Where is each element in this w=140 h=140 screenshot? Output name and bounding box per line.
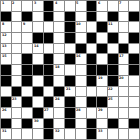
white-cell-r9c5[interactable] [44,87,54,97]
black-cell-r1c9 [87,1,97,11]
clue-number: 29 [98,108,103,111]
black-cell-r8c5 [44,76,54,86]
white-cell-r1c12[interactable]: 7 [119,1,129,11]
clue-number: 26 [2,108,7,111]
white-cell-r2c8[interactable] [76,12,86,22]
black-cell-r2c3 [22,12,32,22]
white-cell-r12c2[interactable] [12,119,22,129]
white-cell-r11c6[interactable] [54,108,64,118]
white-cell-r6c2[interactable] [12,54,22,64]
white-cell-r2c4[interactable] [33,12,43,22]
white-cell-r5c2[interactable] [12,44,22,54]
white-cell-r3c12[interactable] [119,22,129,32]
white-cell-r7c2[interactable] [12,65,22,75]
white-cell-r12c8[interactable] [76,119,86,129]
white-cell-r4c1[interactable]: 12 [1,33,11,43]
clue-number: 19 [98,76,103,79]
clue-number: 28 [76,108,81,111]
black-cell-r7c5 [44,65,54,75]
white-cell-r13c11[interactable] [108,129,118,139]
clue-number: 15 [2,54,7,57]
white-cell-r5c7[interactable] [65,44,75,54]
white-cell-r6c4[interactable] [33,54,43,64]
white-cell-r12c6[interactable] [54,119,64,129]
black-cell-r5c12 [119,44,129,54]
white-cell-r9c13[interactable] [129,87,139,97]
black-cell-r11c4 [33,108,43,118]
white-cell-r10c12[interactable] [119,97,129,107]
black-cell-r10c3 [22,97,32,107]
white-cell-r13c10[interactable]: 33 [97,129,107,139]
white-cell-r8c10[interactable]: 19 [97,76,107,86]
black-cell-r10c7 [65,97,75,107]
black-cell-r6c11 [108,54,118,64]
white-cell-r8c13[interactable] [129,76,139,86]
white-cell-r5c5[interactable] [44,44,54,54]
black-cell-r3c7 [65,22,75,32]
black-cell-r8c11 [108,76,118,86]
white-cell-r3c4[interactable] [33,22,43,32]
white-cell-r10c2[interactable]: 23 [12,97,22,107]
white-cell-r13c3[interactable] [22,129,32,139]
clue-number: 1 [2,1,4,4]
black-cell-r13c9 [87,129,97,139]
white-cell-r9c8[interactable] [76,87,86,97]
white-cell-r11c2[interactable] [12,108,22,118]
white-cell-r8c6[interactable] [54,76,64,86]
white-cell-r1c3[interactable] [22,1,32,11]
black-cell-r7c1 [1,65,11,75]
white-cell-r1c11[interactable] [108,1,118,11]
black-cell-r2c11 [108,12,118,22]
clue-number: 9 [23,22,25,25]
white-cell-r3c8[interactable]: 10 [76,22,86,32]
black-cell-r1c5 [44,1,54,11]
clue-number: 3 [34,1,36,4]
black-cell-r7c10 [97,65,107,75]
white-cell-r3c13[interactable] [129,22,139,32]
white-cell-r6c1[interactable]: 15 [1,54,11,64]
black-cell-r2c5 [44,12,54,22]
clue-number: 8 [2,22,4,25]
clue-number: 33 [98,129,103,132]
white-cell-r10c13[interactable] [129,97,139,107]
white-cell-r8c2[interactable] [12,76,22,86]
white-cell-r9c7[interactable]: 21 [65,87,75,97]
black-cell-r5c10 [97,44,107,54]
clue-number: 31 [2,129,7,132]
black-cell-r7c4 [33,65,43,75]
black-cell-r3c10 [97,22,107,32]
clue-number: 5 [76,1,78,4]
black-cell-r7c3 [22,65,32,75]
white-cell-r11c13[interactable] [129,108,139,118]
white-cell-r5c3[interactable] [22,44,32,54]
white-cell-r13c13[interactable] [129,129,139,139]
white-cell-r12c4[interactable]: 30 [33,119,43,129]
black-cell-r8c9 [87,76,97,86]
white-cell-r11c9[interactable] [87,108,97,118]
clue-number: 30 [34,119,39,122]
black-cell-r12c7 [65,119,75,129]
clue-number: 25 [108,97,113,100]
black-cell-r6c9 [87,54,97,64]
white-cell-r5c9[interactable] [87,44,97,54]
white-cell-r3c3[interactable]: 9 [22,22,32,32]
white-cell-r10c4[interactable] [33,97,43,107]
white-cell-r1c7[interactable] [65,1,75,11]
white-cell-r1c8[interactable]: 5 [76,1,86,11]
black-cell-r12c11 [108,119,118,129]
black-cell-r4c5 [44,33,54,43]
white-cell-r4c3[interactable] [22,33,32,43]
white-cell-r7c6[interactable]: 18 [54,65,64,75]
white-cell-r2c12[interactable] [119,12,129,22]
clue-number: 6 [98,1,100,4]
white-cell-r10c6[interactable]: 24 [54,97,64,107]
clue-number: 32 [55,129,60,132]
white-cell-r1c4[interactable]: 3 [33,1,43,11]
white-cell-r6c6[interactable] [54,54,64,64]
clue-number: 12 [2,33,7,36]
white-cell-r8c4[interactable] [33,76,43,86]
black-cell-r12c3 [22,119,32,129]
black-cell-r6c7 [65,54,75,64]
black-cell-r12c13 [129,119,139,129]
white-cell-r4c2[interactable] [12,33,22,43]
black-cell-r4c9 [87,33,97,43]
clue-number: 16 [76,54,81,57]
white-cell-r9c1[interactable] [1,87,11,97]
black-cell-r12c1 [1,119,11,129]
white-cell-r3c2[interactable] [12,22,22,32]
white-cell-r6c12[interactable]: 17 [119,54,129,64]
clue-number: 21 [66,87,71,90]
clue-number: 14 [34,44,39,47]
black-cell-r4c7 [65,33,75,43]
clue-number: 7 [119,1,121,4]
clue-number: 27 [44,108,49,111]
white-cell-r11c8[interactable]: 28 [76,108,86,118]
white-cell-r7c12[interactable] [119,65,129,75]
white-cell-r8c8[interactable] [76,76,86,86]
white-cell-r9c10[interactable] [97,87,107,97]
black-cell-r4c13 [129,33,139,43]
black-cell-r7c11 [108,65,118,75]
white-cell-r9c9[interactable] [87,87,97,97]
black-cell-r7c9 [87,65,97,75]
crossword-grid: 1234567891011121314151617181920212223242… [0,0,140,140]
black-cell-r2c9 [87,12,97,22]
white-cell-r13c1[interactable]: 31 [1,129,11,139]
white-cell-r2c6[interactable] [54,12,64,22]
white-cell-r5c1[interactable]: 13 [1,44,11,54]
black-cell-r9c4 [33,87,43,97]
white-cell-r13c12[interactable] [119,129,129,139]
clue-number: 11 [108,22,113,25]
white-cell-r11c3[interactable] [22,108,32,118]
black-cell-r12c9 [87,119,97,129]
white-cell-r6c8[interactable]: 16 [76,54,86,64]
white-cell-r3c5[interactable] [44,22,54,32]
white-cell-r3c9[interactable] [87,22,97,32]
white-cell-r11c1[interactable]: 26 [1,108,11,118]
black-cell-r7c13 [129,65,139,75]
clue-number: 2 [12,1,14,4]
white-cell-r1c2[interactable]: 2 [12,1,22,11]
white-cell-r5c6[interactable] [54,44,64,54]
white-cell-r5c13[interactable] [129,44,139,54]
black-cell-r10c5 [44,97,54,107]
black-cell-r10c10 [97,97,107,107]
black-cell-r13c5 [44,129,54,139]
white-cell-r10c8[interactable] [76,97,86,107]
white-cell-r11c5[interactable]: 27 [44,108,54,118]
white-cell-r4c6[interactable] [54,33,64,43]
black-cell-r8c3 [22,76,32,86]
white-cell-r9c3[interactable] [22,87,32,97]
white-cell-r11c11[interactable] [108,108,118,118]
white-cell-r1c6[interactable]: 4 [54,1,64,11]
black-cell-r6c3 [22,54,32,64]
white-cell-r7c7[interactable] [65,65,75,75]
white-cell-r2c10[interactable] [97,12,107,22]
white-cell-r8c12[interactable]: 20 [119,76,129,86]
white-cell-r1c13[interactable] [129,1,139,11]
white-cell-r13c6[interactable]: 32 [54,129,64,139]
white-cell-r1c10[interactable]: 6 [97,1,107,11]
white-cell-r12c12[interactable] [119,119,129,129]
white-cell-r10c11[interactable]: 25 [108,97,118,107]
white-cell-r4c10[interactable] [97,33,107,43]
white-cell-r13c2[interactable] [12,129,22,139]
clue-number: 17 [119,54,124,57]
white-cell-r13c7[interactable] [65,129,75,139]
clue-number: 4 [55,1,57,4]
white-cell-r3c11[interactable]: 11 [108,22,118,32]
black-cell-r9c6 [54,87,64,97]
white-cell-r9c12[interactable] [119,87,129,97]
black-cell-r11c7 [65,108,75,118]
white-cell-r6c10[interactable] [97,54,107,64]
black-cell-r10c9 [87,97,97,107]
clue-number: 22 [108,87,113,90]
black-cell-r6c5 [44,54,54,64]
black-cell-r10c1 [1,97,11,107]
white-cell-r13c8[interactable] [76,129,86,139]
white-cell-r5c11[interactable] [108,44,118,54]
black-cell-r2c1 [1,12,11,22]
white-cell-r3c1[interactable]: 8 [1,22,11,32]
white-cell-r4c12[interactable] [119,33,129,43]
clue-number: 23 [12,97,17,100]
black-cell-r8c7 [65,76,75,86]
white-cell-r2c2[interactable] [12,12,22,22]
white-cell-r11c12[interactable] [119,108,129,118]
black-cell-r2c13 [129,12,139,22]
black-cell-r8c1 [1,76,11,86]
black-cell-r4c4 [33,33,43,43]
clue-number: 13 [2,44,7,47]
clue-number: 10 [76,22,81,25]
white-cell-r13c4[interactable] [33,129,43,139]
black-cell-r9c2 [12,87,22,97]
clue-number: 20 [119,76,124,79]
clue-number: 18 [55,65,60,68]
clue-number: 24 [55,97,60,100]
black-cell-r12c5 [44,119,54,129]
black-cell-r6c13 [129,54,139,64]
black-cell-r5c8 [76,44,86,54]
black-cell-r4c11 [108,33,118,43]
white-cell-r12c10[interactable] [97,119,107,129]
white-cell-r1c1[interactable]: 1 [1,1,11,11]
white-cell-r11c10[interactable]: 29 [97,108,107,118]
white-cell-r4c8[interactable] [76,33,86,43]
white-cell-r7c8[interactable] [76,65,86,75]
white-cell-r3c6[interactable] [54,22,64,32]
black-cell-r2c7 [65,12,75,22]
white-cell-r5c4[interactable]: 14 [33,44,43,54]
white-cell-r9c11[interactable]: 22 [108,87,118,97]
